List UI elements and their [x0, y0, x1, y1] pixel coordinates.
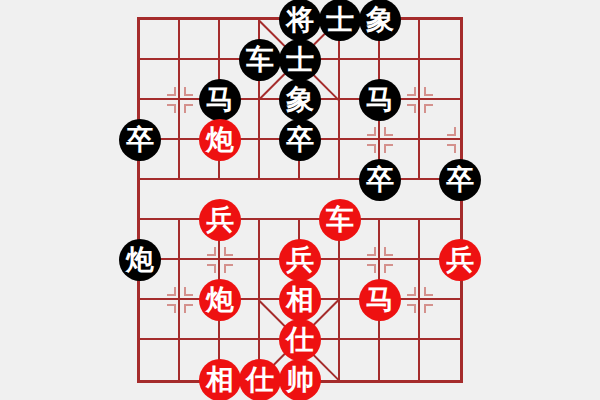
xiangqi-board[interactable]: 将士象车士马象马卒炮卒卒卒兵车炮兵兵炮相马仕相仕帅 [137, 17, 463, 383]
piece-red-chariot[interactable]: 车 [319, 199, 361, 241]
piece-black-horse[interactable]: 马 [199, 79, 241, 121]
pieces-layer: 将士象车士马象马卒炮卒卒卒兵车炮兵兵炮相马仕相仕帅 [140, 20, 460, 380]
xiangqi-screenshot: 将士象车士马象马卒炮卒卒卒兵车炮兵兵炮相马仕相仕帅 [0, 0, 600, 400]
piece-red-general[interactable]: 帅 [279, 359, 321, 400]
piece-black-soldier[interactable]: 卒 [119, 119, 161, 161]
piece-black-general[interactable]: 将 [279, 0, 321, 41]
piece-red-elephant[interactable]: 相 [279, 279, 321, 321]
piece-black-horse[interactable]: 马 [359, 79, 401, 121]
piece-red-cannon[interactable]: 炮 [199, 119, 241, 161]
piece-black-chariot[interactable]: 车 [239, 39, 281, 81]
piece-red-soldier[interactable]: 兵 [439, 239, 481, 281]
piece-black-soldier[interactable]: 卒 [279, 119, 321, 161]
piece-black-elephant[interactable]: 象 [359, 0, 401, 41]
piece-red-horse[interactable]: 马 [359, 279, 401, 321]
piece-black-advisor[interactable]: 士 [279, 39, 321, 81]
piece-red-soldier[interactable]: 兵 [279, 239, 321, 281]
piece-red-advisor[interactable]: 仕 [239, 359, 281, 400]
piece-black-advisor[interactable]: 士 [319, 0, 361, 41]
piece-red-cannon[interactable]: 炮 [199, 279, 241, 321]
piece-red-soldier[interactable]: 兵 [199, 199, 241, 241]
piece-black-elephant[interactable]: 象 [279, 79, 321, 121]
piece-black-soldier[interactable]: 卒 [439, 159, 481, 201]
piece-black-soldier[interactable]: 卒 [359, 159, 401, 201]
piece-black-cannon[interactable]: 炮 [119, 239, 161, 281]
piece-red-elephant[interactable]: 相 [199, 359, 241, 400]
piece-red-advisor[interactable]: 仕 [279, 319, 321, 361]
